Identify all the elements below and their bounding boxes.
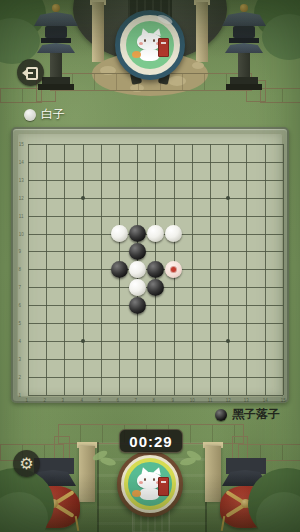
row-coordinate-label: 11 [19,213,24,218]
black-stone [147,261,164,278]
star-point [226,339,230,343]
white-player-label: 白子 [24,106,65,123]
white-stone-badge-icon [24,109,36,121]
black-stone [129,297,146,314]
column-coordinate-label: 6 [116,398,119,403]
column-coordinate-label: 2 [44,398,47,403]
column-coordinate-label: 11 [208,398,213,403]
gear-icon: ⚙ [13,450,40,477]
stone-pillar [92,2,104,62]
game-screen: 白子 1511421331241151069788796105114123132… [0,0,300,532]
grid-line-vertical [228,144,229,395]
grid-line-horizontal [28,395,283,396]
bottom-player-emblem [117,451,183,517]
timer-text: 00:29 [129,433,172,450]
row-coordinate-label: 9 [18,249,21,254]
star-point [81,196,85,200]
board[interactable]: 1511421331241151069788796105114123132141… [17,133,283,397]
white-stone [147,225,164,242]
column-coordinate-label: 12 [226,398,231,403]
grid-line-vertical [246,144,247,395]
row-coordinate-label: 8 [18,267,21,272]
grid-line-horizontal [28,377,283,378]
row-coordinate-label: 13 [19,178,24,183]
column-coordinate-label: 7 [135,398,138,403]
lucky-cat-mascot [130,25,170,65]
settings-button[interactable]: ⚙ [13,450,40,477]
stone-pillar [196,2,208,62]
grid-line-horizontal [28,305,283,306]
column-coordinate-label: 10 [190,398,195,403]
star-point [226,196,230,200]
column-coordinate-label: 5 [98,398,101,403]
white-stone [165,225,182,242]
black-turn-text: 黑子落子 [232,406,280,423]
white-label-text: 白子 [41,106,65,123]
grid-line-vertical [192,144,193,395]
turn-timer: 00:29 [119,429,183,453]
black-stone-badge-icon [215,409,227,421]
white-stone [165,261,182,278]
white-stone [129,279,146,296]
lucky-cat-mascot [130,464,170,504]
row-coordinate-label: 7 [18,285,21,290]
white-stone [129,261,146,278]
exit-arrow-icon [24,67,38,79]
black-stone [129,225,146,242]
row-coordinate-label: 14 [19,160,24,165]
row-coordinate-label: 15 [19,142,24,147]
black-stone [129,243,146,260]
column-coordinate-label: 14 [262,398,267,403]
row-coordinate-label: 1 [18,392,21,397]
row-coordinate-label: 6 [18,303,21,308]
row-coordinate-label: 4 [18,339,21,344]
row-coordinate-label: 12 [19,195,24,200]
grid-line-horizontal [28,359,283,360]
board-frame: 1511421331241151069788796105114123132141… [11,127,289,403]
row-coordinate-label: 2 [18,374,21,379]
column-coordinate-label: 1 [25,398,28,403]
pebble [192,62,204,69]
black-turn-label: 黑子落子 [215,406,280,423]
grid-line-horizontal [28,323,283,324]
column-coordinate-label: 13 [244,398,249,403]
column-coordinate-label: 9 [171,398,174,403]
white-stone [111,225,128,242]
last-move-marker [171,267,176,272]
star-point [81,339,85,343]
column-coordinate-label: 8 [153,398,156,403]
row-coordinate-label: 3 [18,357,21,362]
grid-line-vertical [210,144,211,395]
grid-line-vertical [265,144,266,395]
board-grid: 1511421331241151069788796105114123132141… [28,144,283,395]
column-coordinate-label: 4 [80,398,83,403]
row-coordinate-label: 10 [19,231,24,236]
top-player-emblem [115,10,185,80]
column-coordinate-label: 15 [281,398,286,403]
column-coordinate-label: 3 [62,398,65,403]
back-button[interactable] [17,59,44,86]
black-stone [111,261,128,278]
black-stone [147,279,164,296]
stone-lantern-right [220,4,268,92]
grid-line-horizontal [28,341,283,342]
grid-line-vertical [283,144,284,395]
row-coordinate-label: 5 [18,321,21,326]
